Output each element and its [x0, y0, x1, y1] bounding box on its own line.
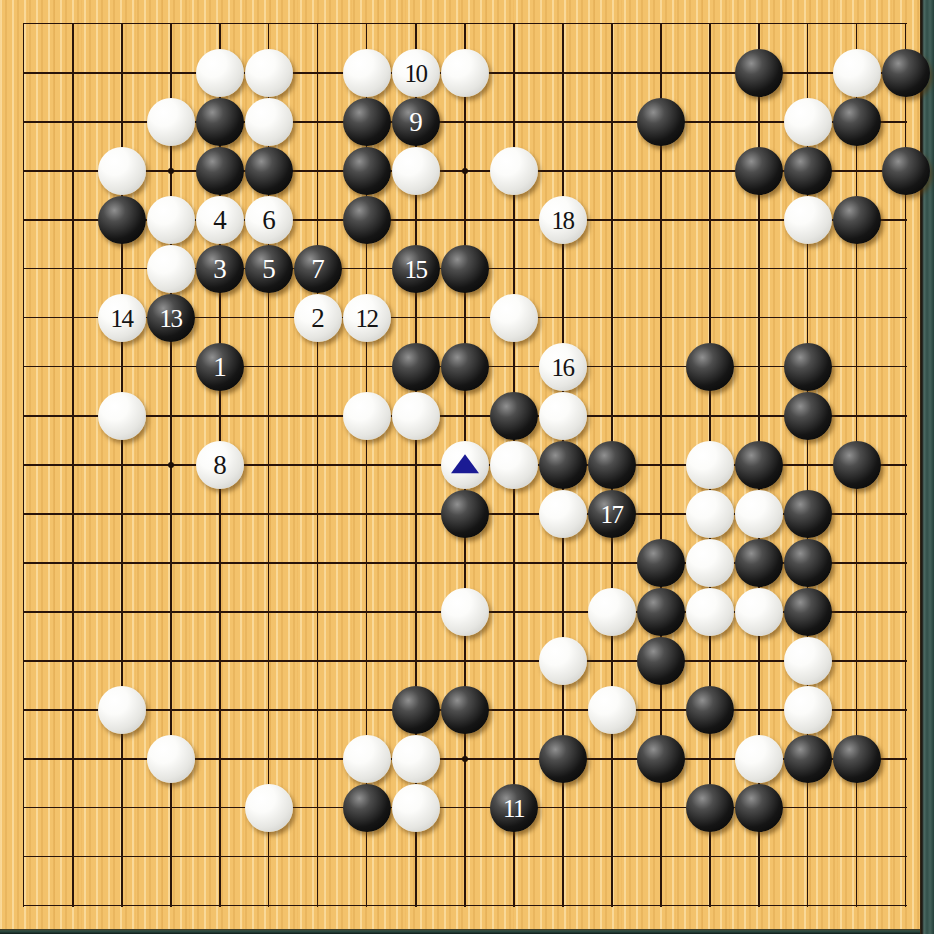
- white-stone[interactable]: [392, 735, 440, 783]
- intersection-16-14[interactable]: [784, 686, 833, 735]
- intersection-17-8[interactable]: [833, 392, 882, 441]
- intersection-18-5[interactable]: [882, 245, 931, 294]
- intersection-16-6[interactable]: [784, 294, 833, 343]
- black-stone[interactable]: [833, 98, 881, 146]
- intersection-8-2[interactable]: 9: [392, 98, 441, 147]
- intersection-17-0[interactable]: [833, 0, 882, 49]
- black-stone[interactable]: [490, 392, 538, 440]
- black-stone[interactable]: [784, 392, 832, 440]
- intersection-8-4[interactable]: [392, 196, 441, 245]
- intersection-15-1[interactable]: [735, 49, 784, 98]
- intersection-10-12[interactable]: [490, 588, 539, 637]
- intersection-14-12[interactable]: [686, 588, 735, 637]
- intersection-3-16[interactable]: [147, 784, 196, 833]
- intersection-12-13[interactable]: [588, 637, 637, 686]
- intersection-6-0[interactable]: [294, 0, 343, 49]
- intersection-6-11[interactable]: [294, 539, 343, 588]
- intersection-0-16[interactable]: [0, 784, 49, 833]
- intersection-8-13[interactable]: [392, 637, 441, 686]
- intersection-10-8[interactable]: [490, 392, 539, 441]
- intersection-11-10[interactable]: [539, 490, 588, 539]
- intersection-7-6[interactable]: 12: [343, 294, 392, 343]
- intersection-2-0[interactable]: [98, 0, 147, 49]
- intersection-5-4[interactable]: 6: [245, 196, 294, 245]
- intersection-10-9[interactable]: [490, 441, 539, 490]
- intersection-0-14[interactable]: [0, 686, 49, 735]
- intersection-0-6[interactable]: [0, 294, 49, 343]
- black-stone[interactable]: [686, 686, 734, 734]
- intersection-17-9[interactable]: [833, 441, 882, 490]
- intersection-2-12[interactable]: [98, 588, 147, 637]
- intersection-0-8[interactable]: [0, 392, 49, 441]
- intersection-1-9[interactable]: [49, 441, 98, 490]
- white-stone[interactable]: [245, 49, 293, 97]
- intersection-1-8[interactable]: [49, 392, 98, 441]
- intersection-18-18[interactable]: [882, 882, 931, 931]
- intersection-11-4[interactable]: 18: [539, 196, 588, 245]
- intersection-17-6[interactable]: [833, 294, 882, 343]
- intersection-5-12[interactable]: [245, 588, 294, 637]
- intersection-16-10[interactable]: [784, 490, 833, 539]
- intersection-0-9[interactable]: [0, 441, 49, 490]
- white-stone[interactable]: [539, 490, 587, 538]
- intersection-13-15[interactable]: [637, 735, 686, 784]
- white-stone[interactable]: 14: [98, 294, 146, 342]
- intersection-3-5[interactable]: [147, 245, 196, 294]
- intersection-0-18[interactable]: [0, 882, 49, 931]
- black-stone[interactable]: [882, 147, 930, 195]
- intersection-12-18[interactable]: [588, 882, 637, 931]
- intersection-10-10[interactable]: [490, 490, 539, 539]
- intersection-8-12[interactable]: [392, 588, 441, 637]
- white-stone[interactable]: 10: [392, 49, 440, 97]
- white-stone[interactable]: [784, 637, 832, 685]
- intersection-5-18[interactable]: [245, 882, 294, 931]
- intersection-3-2[interactable]: [147, 98, 196, 147]
- black-stone[interactable]: [392, 686, 440, 734]
- intersection-0-1[interactable]: [0, 49, 49, 98]
- intersection-18-10[interactable]: [882, 490, 931, 539]
- white-stone[interactable]: [343, 735, 391, 783]
- intersection-3-3[interactable]: [147, 147, 196, 196]
- intersection-3-17[interactable]: [147, 833, 196, 882]
- white-stone[interactable]: [147, 196, 195, 244]
- intersection-2-15[interactable]: [98, 735, 147, 784]
- white-stone[interactable]: [147, 245, 195, 293]
- intersection-4-3[interactable]: [196, 147, 245, 196]
- black-stone[interactable]: [784, 343, 832, 391]
- intersection-10-11[interactable]: [490, 539, 539, 588]
- intersection-15-10[interactable]: [735, 490, 784, 539]
- intersection-2-3[interactable]: [98, 147, 147, 196]
- intersection-17-5[interactable]: [833, 245, 882, 294]
- intersection-1-14[interactable]: [49, 686, 98, 735]
- intersection-1-1[interactable]: [49, 49, 98, 98]
- intersection-13-9[interactable]: [637, 441, 686, 490]
- intersection-13-2[interactable]: [637, 98, 686, 147]
- intersection-9-5[interactable]: [441, 245, 490, 294]
- intersection-6-7[interactable]: [294, 343, 343, 392]
- intersection-10-0[interactable]: [490, 0, 539, 49]
- white-stone[interactable]: 12: [343, 294, 391, 342]
- intersection-12-17[interactable]: [588, 833, 637, 882]
- intersection-16-13[interactable]: [784, 637, 833, 686]
- white-stone[interactable]: 2: [294, 294, 342, 342]
- intersection-13-18[interactable]: [637, 882, 686, 931]
- black-stone[interactable]: [98, 196, 146, 244]
- intersection-18-6[interactable]: [882, 294, 931, 343]
- intersection-5-6[interactable]: [245, 294, 294, 343]
- intersection-14-18[interactable]: [686, 882, 735, 931]
- intersection-7-11[interactable]: [343, 539, 392, 588]
- intersection-14-0[interactable]: [686, 0, 735, 49]
- intersection-5-17[interactable]: [245, 833, 294, 882]
- intersection-9-2[interactable]: [441, 98, 490, 147]
- intersection-12-0[interactable]: [588, 0, 637, 49]
- intersection-13-7[interactable]: [637, 343, 686, 392]
- intersection-16-2[interactable]: [784, 98, 833, 147]
- intersection-5-7[interactable]: [245, 343, 294, 392]
- black-stone[interactable]: 15: [392, 245, 440, 293]
- intersection-15-8[interactable]: [735, 392, 784, 441]
- intersection-4-14[interactable]: [196, 686, 245, 735]
- black-stone[interactable]: [735, 147, 783, 195]
- black-stone[interactable]: [735, 784, 783, 832]
- intersection-4-5[interactable]: 3: [196, 245, 245, 294]
- black-stone[interactable]: [735, 441, 783, 489]
- intersection-2-16[interactable]: [98, 784, 147, 833]
- intersection-1-11[interactable]: [49, 539, 98, 588]
- intersection-9-11[interactable]: [441, 539, 490, 588]
- intersection-13-4[interactable]: [637, 196, 686, 245]
- intersection-11-5[interactable]: [539, 245, 588, 294]
- white-stone[interactable]: [98, 686, 146, 734]
- intersection-5-2[interactable]: [245, 98, 294, 147]
- intersection-18-12[interactable]: [882, 588, 931, 637]
- intersection-17-3[interactable]: [833, 147, 882, 196]
- white-stone[interactable]: [735, 490, 783, 538]
- intersection-4-7[interactable]: 1: [196, 343, 245, 392]
- intersection-12-5[interactable]: [588, 245, 637, 294]
- intersection-4-0[interactable]: [196, 0, 245, 49]
- black-stone[interactable]: [784, 735, 832, 783]
- white-stone[interactable]: [343, 392, 391, 440]
- intersection-13-14[interactable]: [637, 686, 686, 735]
- intersection-15-4[interactable]: [735, 196, 784, 245]
- intersection-7-18[interactable]: [343, 882, 392, 931]
- intersection-16-17[interactable]: [784, 833, 833, 882]
- intersection-12-9[interactable]: [588, 441, 637, 490]
- intersection-15-2[interactable]: [735, 98, 784, 147]
- intersection-16-18[interactable]: [784, 882, 833, 931]
- intersection-12-10[interactable]: 17: [588, 490, 637, 539]
- white-stone[interactable]: [392, 147, 440, 195]
- intersection-7-2[interactable]: [343, 98, 392, 147]
- intersection-0-10[interactable]: [0, 490, 49, 539]
- intersection-3-10[interactable]: [147, 490, 196, 539]
- intersection-8-5[interactable]: 15: [392, 245, 441, 294]
- intersection-15-14[interactable]: [735, 686, 784, 735]
- intersection-17-2[interactable]: [833, 98, 882, 147]
- intersection-16-1[interactable]: [784, 49, 833, 98]
- intersection-14-7[interactable]: [686, 343, 735, 392]
- intersection-13-10[interactable]: [637, 490, 686, 539]
- black-stone[interactable]: 13: [147, 294, 195, 342]
- intersection-16-11[interactable]: [784, 539, 833, 588]
- intersection-6-1[interactable]: [294, 49, 343, 98]
- intersection-17-11[interactable]: [833, 539, 882, 588]
- intersection-2-2[interactable]: [98, 98, 147, 147]
- intersection-17-14[interactable]: [833, 686, 882, 735]
- intersection-18-13[interactable]: [882, 637, 931, 686]
- intersection-14-15[interactable]: [686, 735, 735, 784]
- intersection-12-2[interactable]: [588, 98, 637, 147]
- intersection-14-1[interactable]: [686, 49, 735, 98]
- intersection-5-0[interactable]: [245, 0, 294, 49]
- intersection-12-8[interactable]: [588, 392, 637, 441]
- intersection-11-17[interactable]: [539, 833, 588, 882]
- intersection-12-15[interactable]: [588, 735, 637, 784]
- intersection-0-5[interactable]: [0, 245, 49, 294]
- intersection-15-15[interactable]: [735, 735, 784, 784]
- intersection-12-6[interactable]: [588, 294, 637, 343]
- intersection-15-6[interactable]: [735, 294, 784, 343]
- intersection-16-5[interactable]: [784, 245, 833, 294]
- intersection-8-18[interactable]: [392, 882, 441, 931]
- black-stone[interactable]: [343, 98, 391, 146]
- black-stone[interactable]: [882, 49, 930, 97]
- intersection-7-16[interactable]: [343, 784, 392, 833]
- intersection-5-13[interactable]: [245, 637, 294, 686]
- intersection-3-11[interactable]: [147, 539, 196, 588]
- black-stone[interactable]: [539, 441, 587, 489]
- black-stone[interactable]: [833, 196, 881, 244]
- intersection-11-12[interactable]: [539, 588, 588, 637]
- intersection-11-1[interactable]: [539, 49, 588, 98]
- intersection-3-13[interactable]: [147, 637, 196, 686]
- intersection-10-6[interactable]: [490, 294, 539, 343]
- intersection-2-13[interactable]: [98, 637, 147, 686]
- intersection-2-10[interactable]: [98, 490, 147, 539]
- white-stone[interactable]: [784, 686, 832, 734]
- black-stone[interactable]: [637, 539, 685, 587]
- intersection-7-3[interactable]: [343, 147, 392, 196]
- black-stone[interactable]: [686, 784, 734, 832]
- intersection-5-1[interactable]: [245, 49, 294, 98]
- white-stone[interactable]: [686, 441, 734, 489]
- intersection-17-7[interactable]: [833, 343, 882, 392]
- black-stone[interactable]: [784, 147, 832, 195]
- intersection-9-18[interactable]: [441, 882, 490, 931]
- intersection-14-10[interactable]: [686, 490, 735, 539]
- intersection-16-3[interactable]: [784, 147, 833, 196]
- intersection-8-9[interactable]: [392, 441, 441, 490]
- intersection-16-7[interactable]: [784, 343, 833, 392]
- intersection-6-3[interactable]: [294, 147, 343, 196]
- intersection-9-15[interactable]: [441, 735, 490, 784]
- white-stone[interactable]: [98, 392, 146, 440]
- intersection-4-13[interactable]: [196, 637, 245, 686]
- intersection-10-16[interactable]: 11: [490, 784, 539, 833]
- intersection-10-17[interactable]: [490, 833, 539, 882]
- intersection-14-9[interactable]: [686, 441, 735, 490]
- black-stone[interactable]: [196, 98, 244, 146]
- intersection-4-17[interactable]: [196, 833, 245, 882]
- intersection-7-7[interactable]: [343, 343, 392, 392]
- white-stone[interactable]: [441, 441, 489, 489]
- intersection-18-1[interactable]: [882, 49, 931, 98]
- intersection-10-4[interactable]: [490, 196, 539, 245]
- intersection-6-12[interactable]: [294, 588, 343, 637]
- intersection-16-0[interactable]: [784, 0, 833, 49]
- go-board[interactable]: 109461835715141321211681711: [0, 0, 920, 929]
- intersection-5-8[interactable]: [245, 392, 294, 441]
- black-stone[interactable]: [441, 490, 489, 538]
- black-stone[interactable]: 11: [490, 784, 538, 832]
- intersection-2-5[interactable]: [98, 245, 147, 294]
- intersection-10-18[interactable]: [490, 882, 539, 931]
- intersection-1-7[interactable]: [49, 343, 98, 392]
- intersection-18-14[interactable]: [882, 686, 931, 735]
- intersection-15-16[interactable]: [735, 784, 784, 833]
- intersection-7-5[interactable]: [343, 245, 392, 294]
- intersection-18-4[interactable]: [882, 196, 931, 245]
- intersection-16-8[interactable]: [784, 392, 833, 441]
- intersection-7-12[interactable]: [343, 588, 392, 637]
- white-stone[interactable]: [196, 49, 244, 97]
- intersection-3-1[interactable]: [147, 49, 196, 98]
- intersection-5-16[interactable]: [245, 784, 294, 833]
- intersection-7-15[interactable]: [343, 735, 392, 784]
- white-stone[interactable]: [539, 637, 587, 685]
- intersection-10-13[interactable]: [490, 637, 539, 686]
- intersection-7-13[interactable]: [343, 637, 392, 686]
- black-stone[interactable]: [588, 441, 636, 489]
- intersection-14-17[interactable]: [686, 833, 735, 882]
- intersection-11-13[interactable]: [539, 637, 588, 686]
- black-stone[interactable]: 17: [588, 490, 636, 538]
- intersection-11-7[interactable]: 16: [539, 343, 588, 392]
- black-stone[interactable]: [539, 735, 587, 783]
- intersection-17-16[interactable]: [833, 784, 882, 833]
- intersection-7-4[interactable]: [343, 196, 392, 245]
- intersection-0-11[interactable]: [0, 539, 49, 588]
- black-stone[interactable]: [784, 490, 832, 538]
- intersection-13-0[interactable]: [637, 0, 686, 49]
- intersection-12-12[interactable]: [588, 588, 637, 637]
- intersection-16-12[interactable]: [784, 588, 833, 637]
- intersection-18-7[interactable]: [882, 343, 931, 392]
- white-stone[interactable]: [98, 147, 146, 195]
- black-stone[interactable]: [833, 441, 881, 489]
- black-stone[interactable]: [686, 343, 734, 391]
- intersection-14-8[interactable]: [686, 392, 735, 441]
- intersection-15-11[interactable]: [735, 539, 784, 588]
- intersection-9-0[interactable]: [441, 0, 490, 49]
- intersection-8-14[interactable]: [392, 686, 441, 735]
- intersection-14-13[interactable]: [686, 637, 735, 686]
- white-stone[interactable]: [735, 588, 783, 636]
- intersection-17-18[interactable]: [833, 882, 882, 931]
- intersection-9-17[interactable]: [441, 833, 490, 882]
- white-stone[interactable]: [588, 588, 636, 636]
- intersection-2-9[interactable]: [98, 441, 147, 490]
- intersection-17-17[interactable]: [833, 833, 882, 882]
- intersection-4-4[interactable]: 4: [196, 196, 245, 245]
- intersection-3-18[interactable]: [147, 882, 196, 931]
- black-stone[interactable]: 1: [196, 343, 244, 391]
- black-stone[interactable]: [245, 147, 293, 195]
- black-stone[interactable]: 9: [392, 98, 440, 146]
- intersection-1-2[interactable]: [49, 98, 98, 147]
- intersection-17-4[interactable]: [833, 196, 882, 245]
- intersection-0-0[interactable]: [0, 0, 49, 49]
- intersection-4-11[interactable]: [196, 539, 245, 588]
- intersection-2-18[interactable]: [98, 882, 147, 931]
- intersection-18-8[interactable]: [882, 392, 931, 441]
- intersection-3-12[interactable]: [147, 588, 196, 637]
- black-stone[interactable]: [637, 588, 685, 636]
- black-stone[interactable]: 5: [245, 245, 293, 293]
- intersection-6-2[interactable]: [294, 98, 343, 147]
- white-stone[interactable]: [784, 196, 832, 244]
- intersection-5-3[interactable]: [245, 147, 294, 196]
- black-stone[interactable]: [441, 686, 489, 734]
- intersection-17-12[interactable]: [833, 588, 882, 637]
- intersection-6-16[interactable]: [294, 784, 343, 833]
- white-stone[interactable]: [539, 392, 587, 440]
- intersection-14-5[interactable]: [686, 245, 735, 294]
- intersection-9-8[interactable]: [441, 392, 490, 441]
- intersection-1-16[interactable]: [49, 784, 98, 833]
- intersection-15-17[interactable]: [735, 833, 784, 882]
- intersection-18-15[interactable]: [882, 735, 931, 784]
- intersection-2-8[interactable]: [98, 392, 147, 441]
- intersection-14-4[interactable]: [686, 196, 735, 245]
- intersection-8-10[interactable]: [392, 490, 441, 539]
- intersection-4-15[interactable]: [196, 735, 245, 784]
- black-stone[interactable]: [637, 735, 685, 783]
- black-stone[interactable]: [441, 245, 489, 293]
- intersection-6-4[interactable]: [294, 196, 343, 245]
- intersection-0-13[interactable]: [0, 637, 49, 686]
- intersection-10-3[interactable]: [490, 147, 539, 196]
- intersection-13-16[interactable]: [637, 784, 686, 833]
- intersection-1-17[interactable]: [49, 833, 98, 882]
- intersection-10-7[interactable]: [490, 343, 539, 392]
- intersection-1-3[interactable]: [49, 147, 98, 196]
- intersection-12-14[interactable]: [588, 686, 637, 735]
- white-stone[interactable]: [245, 98, 293, 146]
- intersection-16-16[interactable]: [784, 784, 833, 833]
- intersection-7-17[interactable]: [343, 833, 392, 882]
- intersection-15-7[interactable]: [735, 343, 784, 392]
- intersection-13-8[interactable]: [637, 392, 686, 441]
- black-stone[interactable]: 3: [196, 245, 244, 293]
- intersection-2-11[interactable]: [98, 539, 147, 588]
- intersection-9-9[interactable]: [441, 441, 490, 490]
- white-stone[interactable]: [490, 441, 538, 489]
- intersection-3-14[interactable]: [147, 686, 196, 735]
- intersection-11-3[interactable]: [539, 147, 588, 196]
- white-stone[interactable]: [441, 49, 489, 97]
- intersection-11-2[interactable]: [539, 98, 588, 147]
- intersection-0-7[interactable]: [0, 343, 49, 392]
- intersection-0-15[interactable]: [0, 735, 49, 784]
- black-stone[interactable]: [833, 735, 881, 783]
- intersection-1-6[interactable]: [49, 294, 98, 343]
- intersection-16-15[interactable]: [784, 735, 833, 784]
